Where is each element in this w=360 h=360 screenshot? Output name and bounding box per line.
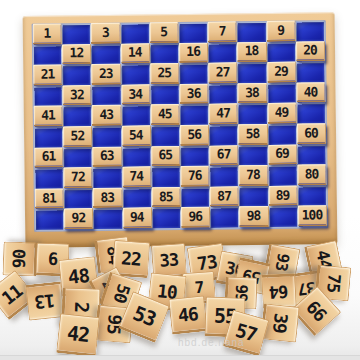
number-tile-43[interactable]: 43 bbox=[92, 105, 121, 126]
number-tile-23[interactable]: 23 bbox=[92, 64, 121, 85]
number-tile-21[interactable]: 21 bbox=[33, 65, 62, 86]
board-cell-filled[interactable]: 12 bbox=[63, 46, 90, 65]
board-cell-empty[interactable] bbox=[152, 168, 179, 187]
board-cell-filled[interactable]: 1 bbox=[34, 25, 61, 44]
board-cell-filled[interactable]: 45 bbox=[152, 106, 179, 125]
board-cell-filled[interactable]: 94 bbox=[124, 210, 151, 229]
board-cell-empty[interactable] bbox=[180, 65, 207, 84]
board-cell-filled[interactable]: 25 bbox=[151, 65, 178, 84]
number-tile-81[interactable]: 81 bbox=[35, 188, 64, 209]
board-cell-filled[interactable]: 65 bbox=[152, 148, 179, 167]
loose-tile-13[interactable]: 13 bbox=[25, 281, 65, 321]
board-cell-empty[interactable] bbox=[151, 86, 178, 105]
board-cell-empty[interactable] bbox=[121, 24, 148, 43]
board-cell-filled[interactable]: 41 bbox=[35, 108, 62, 127]
number-tile-89[interactable]: 89 bbox=[268, 185, 297, 206]
board-cell-empty[interactable] bbox=[296, 22, 323, 41]
product-photo: 1357912141618202123252729323436384041434… bbox=[0, 0, 360, 360]
number-tile-34[interactable]: 34 bbox=[121, 84, 150, 105]
number-tile-94[interactable]: 94 bbox=[123, 208, 152, 229]
number-tile-41[interactable]: 41 bbox=[34, 106, 63, 127]
board-cell-filled[interactable]: 34 bbox=[122, 86, 149, 105]
board-cell-filled[interactable]: 27 bbox=[209, 64, 236, 83]
number-tile-61[interactable]: 61 bbox=[34, 147, 63, 168]
board-cell-filled[interactable]: 83 bbox=[94, 190, 121, 209]
board-cell-filled[interactable]: 69 bbox=[269, 146, 296, 165]
board-cell-empty[interactable] bbox=[36, 211, 63, 230]
photo-bottom-edge bbox=[0, 355, 360, 360]
board-cell-empty[interactable] bbox=[210, 126, 237, 145]
number-tile-49[interactable]: 49 bbox=[267, 103, 296, 124]
board-cell-empty[interactable] bbox=[63, 25, 90, 44]
board-cell-empty[interactable] bbox=[239, 64, 266, 83]
board-cell-filled[interactable]: 80 bbox=[298, 166, 325, 185]
board-cell-empty[interactable] bbox=[211, 209, 238, 228]
board-cell-empty[interactable] bbox=[269, 167, 296, 186]
number-tile-7[interactable]: 7 bbox=[208, 21, 237, 42]
board-cell-filled[interactable]: 23 bbox=[93, 66, 120, 85]
board-cell-filled[interactable]: 9 bbox=[267, 23, 294, 42]
board-cell-filled[interactable]: 61 bbox=[35, 149, 62, 168]
board-cell-filled[interactable]: 60 bbox=[298, 125, 325, 144]
board-cell-filled[interactable]: 18 bbox=[238, 44, 265, 63]
number-tile-56[interactable]: 56 bbox=[180, 125, 209, 146]
board-cell-empty[interactable] bbox=[211, 167, 238, 186]
number-tile-18[interactable]: 18 bbox=[237, 42, 266, 63]
number-tile-5[interactable]: 5 bbox=[149, 22, 178, 43]
loose-tile-46[interactable]: 46 bbox=[168, 295, 208, 335]
number-tile-69[interactable]: 69 bbox=[268, 144, 297, 165]
number-tile-100[interactable]: 100 bbox=[298, 206, 327, 227]
board-cell-filled[interactable]: 36 bbox=[180, 85, 207, 104]
board-cell-filled[interactable]: 63 bbox=[94, 148, 121, 167]
board-cell-empty[interactable] bbox=[240, 188, 267, 207]
number-tile-20[interactable]: 20 bbox=[296, 41, 325, 62]
board-cell-empty[interactable] bbox=[63, 66, 90, 85]
board-cell-filled[interactable]: 87 bbox=[211, 188, 238, 207]
board-cell-filled[interactable]: 5 bbox=[151, 24, 178, 43]
board-cell-empty[interactable] bbox=[238, 23, 265, 42]
number-tile-40[interactable]: 40 bbox=[296, 82, 325, 103]
board-cell-empty[interactable] bbox=[297, 105, 324, 124]
board-cell-filled[interactable]: 16 bbox=[180, 44, 207, 63]
board-cell-filled[interactable]: 98 bbox=[240, 208, 267, 227]
board-grid: 1357912141618202123252729323436384041434… bbox=[32, 20, 329, 232]
board-cell-filled[interactable]: 78 bbox=[240, 167, 267, 186]
board-cell-filled[interactable]: 96 bbox=[182, 209, 209, 228]
board-cell-empty[interactable] bbox=[181, 147, 208, 166]
board-cell-empty[interactable] bbox=[94, 169, 121, 188]
board-cell-filled[interactable]: 74 bbox=[123, 169, 150, 188]
loose-tile-42[interactable]: 42 bbox=[56, 313, 100, 357]
board-cell-empty[interactable] bbox=[35, 128, 62, 147]
board-cell-filled[interactable]: 3 bbox=[92, 25, 119, 44]
number-tile-3[interactable]: 3 bbox=[91, 23, 120, 44]
board-cell-filled[interactable]: 49 bbox=[268, 105, 295, 124]
number-tile-25[interactable]: 25 bbox=[150, 63, 179, 84]
number-tile-38[interactable]: 38 bbox=[238, 83, 267, 104]
board-cell-filled[interactable]: 14 bbox=[122, 45, 149, 64]
board-cell-empty[interactable] bbox=[92, 45, 119, 64]
board-cell-empty[interactable] bbox=[239, 105, 266, 124]
board-cell-empty[interactable] bbox=[268, 43, 295, 62]
number-tile-85[interactable]: 85 bbox=[151, 187, 180, 208]
number-tile-12[interactable]: 12 bbox=[62, 44, 91, 65]
board-cell-empty[interactable] bbox=[93, 128, 120, 147]
number-tile-92[interactable]: 92 bbox=[64, 208, 93, 229]
board-cell-empty[interactable] bbox=[123, 148, 150, 167]
board-cell-empty[interactable] bbox=[151, 45, 178, 64]
number-tile-47[interactable]: 47 bbox=[209, 104, 238, 125]
board-cell-filled[interactable]: 43 bbox=[93, 107, 120, 126]
number-tile-36[interactable]: 36 bbox=[179, 83, 208, 104]
board-cell-filled[interactable]: 52 bbox=[64, 128, 91, 147]
number-tile-83[interactable]: 83 bbox=[93, 188, 122, 209]
board-cell-filled[interactable]: 67 bbox=[210, 147, 237, 166]
number-tile-52[interactable]: 52 bbox=[63, 126, 92, 147]
board-cell-filled[interactable]: 32 bbox=[64, 87, 91, 106]
board-cell-empty[interactable] bbox=[35, 170, 62, 189]
board-cell-empty[interactable] bbox=[298, 146, 325, 165]
number-tile-54[interactable]: 54 bbox=[122, 125, 151, 146]
number-tile-72[interactable]: 72 bbox=[64, 167, 93, 188]
board-cell-filled[interactable]: 76 bbox=[181, 168, 208, 187]
board-cell-filled[interactable]: 40 bbox=[297, 84, 324, 103]
board-cell-empty[interactable] bbox=[182, 188, 209, 207]
board-cell-empty[interactable] bbox=[209, 44, 236, 63]
number-tile-74[interactable]: 74 bbox=[122, 167, 151, 188]
board-cell-filled[interactable]: 100 bbox=[299, 208, 326, 227]
board-cell-empty[interactable] bbox=[299, 187, 326, 206]
number-tile-27[interactable]: 27 bbox=[208, 62, 237, 83]
board-cell-empty[interactable] bbox=[268, 84, 295, 103]
board-cell-filled[interactable]: 58 bbox=[239, 126, 266, 145]
number-tile-67[interactable]: 67 bbox=[209, 145, 238, 166]
number-tile-76[interactable]: 76 bbox=[180, 166, 209, 187]
number-tile-16[interactable]: 16 bbox=[179, 42, 208, 63]
board-cell-filled[interactable]: 38 bbox=[239, 85, 266, 104]
board-cell-filled[interactable]: 29 bbox=[268, 64, 295, 83]
board-cell-empty[interactable] bbox=[153, 209, 180, 228]
board-cell-empty[interactable] bbox=[210, 85, 237, 104]
board-cell-empty[interactable] bbox=[122, 66, 149, 85]
board-cell-filled[interactable]: 56 bbox=[181, 127, 208, 146]
board-cell-empty[interactable] bbox=[180, 24, 207, 43]
board-cell-empty[interactable] bbox=[34, 87, 61, 106]
hundred-board-tray: 1357912141618202123252729323436384041434… bbox=[23, 12, 338, 248]
number-tile-14[interactable]: 14 bbox=[121, 43, 150, 64]
number-tile-60[interactable]: 60 bbox=[297, 123, 326, 144]
board-cell-empty[interactable] bbox=[297, 63, 324, 82]
number-tile-63[interactable]: 63 bbox=[93, 146, 122, 167]
board-cell-filled[interactable]: 54 bbox=[123, 127, 150, 146]
board-cell-empty[interactable] bbox=[269, 126, 296, 145]
watermark-text: hbd.de.hana bbox=[178, 337, 245, 348]
board-cell-empty[interactable] bbox=[270, 208, 297, 227]
number-tile-87[interactable]: 87 bbox=[210, 186, 239, 207]
board-cell-empty[interactable] bbox=[152, 127, 179, 146]
number-tile-1[interactable]: 1 bbox=[33, 23, 62, 44]
number-tile-78[interactable]: 78 bbox=[239, 165, 268, 186]
board-cell-empty[interactable] bbox=[181, 106, 208, 125]
board-cell-empty[interactable] bbox=[34, 46, 61, 65]
board-cell-filled[interactable]: 72 bbox=[65, 169, 92, 188]
number-tile-29[interactable]: 29 bbox=[267, 62, 296, 83]
number-tile-80[interactable]: 80 bbox=[297, 164, 326, 185]
board-cell-empty[interactable] bbox=[240, 147, 267, 166]
number-tile-98[interactable]: 98 bbox=[239, 206, 268, 227]
board-cell-filled[interactable]: 81 bbox=[36, 190, 63, 209]
board-cell-empty[interactable] bbox=[122, 107, 149, 126]
board-cell-empty[interactable] bbox=[94, 210, 121, 229]
board-cell-empty[interactable] bbox=[93, 87, 120, 106]
number-tile-45[interactable]: 45 bbox=[150, 104, 179, 125]
board-cell-filled[interactable]: 85 bbox=[153, 189, 180, 208]
board-cell-empty[interactable] bbox=[123, 189, 150, 208]
number-tile-96[interactable]: 96 bbox=[181, 207, 210, 228]
board-cell-filled[interactable]: 21 bbox=[34, 67, 61, 86]
board-cell-empty[interactable] bbox=[65, 190, 92, 209]
board-cell-filled[interactable]: 47 bbox=[210, 106, 237, 125]
board-cell-filled[interactable]: 20 bbox=[297, 43, 324, 62]
board-cell-filled[interactable]: 89 bbox=[269, 187, 296, 206]
loose-tile-90[interactable]: 90 bbox=[2, 241, 37, 276]
board-cell-empty[interactable] bbox=[64, 107, 91, 126]
number-tile-65[interactable]: 65 bbox=[151, 146, 180, 167]
board-cell-filled[interactable]: 92 bbox=[65, 210, 92, 229]
number-tile-32[interactable]: 32 bbox=[63, 85, 92, 106]
number-tile-9[interactable]: 9 bbox=[266, 21, 295, 42]
number-tile-58[interactable]: 58 bbox=[238, 124, 267, 145]
board-cell-filled[interactable]: 7 bbox=[209, 23, 236, 42]
board-cell-empty[interactable] bbox=[64, 149, 91, 168]
